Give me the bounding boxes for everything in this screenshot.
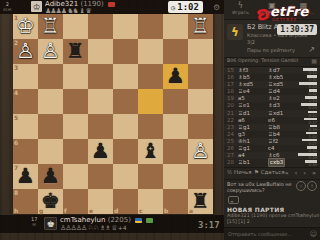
gear-icon[interactable]: ⚙ (213, 3, 220, 12)
square-f1[interactable] (63, 14, 88, 39)
chat-message: Вот за u0x LawBuffalo не сокрушились? (227, 181, 297, 193)
square-a4[interactable] (188, 89, 213, 114)
square-f5[interactable] (63, 114, 88, 139)
move-number: 26 (227, 145, 234, 152)
square-f6[interactable] (63, 139, 88, 164)
square-d8[interactable]: d (113, 189, 138, 214)
new-game-score: [15] [1] 2 (227, 219, 319, 225)
grid-icon: ▦ (289, 1, 318, 10)
move-row-18: 18♖e4♖d40:42 (224, 88, 320, 95)
move-row-21: 21♖d1♖xd10:51 (224, 110, 320, 117)
square-g5[interactable] (38, 114, 63, 139)
square-a5[interactable] (188, 114, 213, 139)
white-move[interactable]: ♖e4 (238, 88, 250, 95)
piece-bP-b3: ♟ (163, 64, 188, 89)
move-row-17: 17♗xd5♖xd50:08 (224, 81, 320, 88)
rank-label: 6 (14, 139, 18, 146)
chat-input[interactable]: Отправить сообщение… ☺ (224, 227, 320, 240)
move-row-23: 23♖g1♖b80:39 (224, 124, 320, 131)
square-d4[interactable] (113, 89, 138, 114)
file-label: h (14, 207, 18, 214)
rank-label: 8 (14, 189, 18, 196)
black-move[interactable]: ♗d7 (268, 67, 280, 74)
square-c5[interactable] (138, 114, 163, 139)
piece-wP-a6: ♙ (188, 139, 213, 164)
tournament-box[interactable]: ϟ Б2 Blitz Арена Классика • 623 игрока 3… (224, 19, 320, 58)
offer-draw-button[interactable]: ½ Ничья (227, 169, 252, 175)
black-move[interactable]: ♗xb5 (268, 74, 283, 81)
square-h7[interactable]: 7♟ (13, 164, 38, 189)
file-label: b (164, 207, 168, 214)
move-number: 16 (227, 74, 234, 81)
square-c3[interactable] (138, 64, 163, 89)
new-game-section: НОВАЯ ПАРТИЯ Adibe321 (1190) против cmTs… (227, 206, 319, 225)
resign-button[interactable]: ⚑ Сдаться (254, 169, 284, 175)
white-king-avatar-icon: ♔ (32, 2, 40, 12)
app-window: 1♔♖♖2♙♙♜3♟456♟♝♙7♟♟8hg♚fedcba♜ 2 юж ♔ Ad… (0, 0, 320, 240)
black-move[interactable]: ♖xd1 (268, 110, 283, 117)
move-row-24: 24g3♖b41:02 (224, 131, 320, 138)
lightning-icon: ϟ (226, 1, 255, 10)
square-d6[interactable] (113, 139, 138, 164)
square-c2[interactable] (138, 39, 163, 64)
tournament-pairing-note: Пары по рейтингу (247, 47, 295, 53)
move-number: 24 (227, 131, 234, 138)
white-move[interactable]: ♖d1 (238, 110, 250, 117)
black-move[interactable]: ♖d4 (268, 88, 280, 95)
white-move[interactable]: ♖e1 (238, 102, 250, 109)
square-d2[interactable] (113, 39, 138, 64)
tournament-clock: 1:30:37 (277, 24, 317, 35)
move-number: 28 (227, 159, 234, 166)
square-g7[interactable]: ♟ (38, 164, 63, 189)
bottom-player-bar: 17 м ♚ cmTsaheylun (2205) ♙♙♙♙♙ ♘♘ ♗♗ ♕ … (0, 215, 224, 233)
square-a7[interactable] (188, 164, 213, 189)
chat-bubble-icon[interactable] (228, 196, 239, 204)
square-b1[interactable] (163, 14, 188, 39)
square-a6[interactable]: ♙ (188, 139, 213, 164)
black-king-avatar-icon: ♚ (46, 219, 54, 229)
white-move[interactable]: ♗b5 (238, 74, 250, 81)
move-row-26: 26♖g1c40:44 (224, 145, 320, 152)
square-d7[interactable] (113, 164, 138, 189)
square-h1[interactable]: 1♔ (13, 14, 38, 39)
side-panel: ϟ Играть ▣ 32 МБ+ А ▦ Инстру… ϟ Б2 Blitz… (224, 0, 320, 240)
square-c6[interactable]: ♝ (138, 139, 163, 164)
tab-play[interactable]: ϟ Играть (226, 1, 255, 15)
inactive-clock: 3:17 (198, 220, 220, 230)
move-number: 17 (227, 81, 234, 88)
square-e7[interactable] (88, 164, 113, 189)
move-number: 18 (227, 88, 234, 95)
tournament-time-control: 3|2 (247, 39, 255, 45)
rank-label: 5 (14, 114, 18, 121)
square-b7[interactable] (163, 164, 188, 189)
opening-row: B06 Opening: Tension Gambit ▦ (224, 57, 320, 67)
move-number: 27 (227, 152, 234, 159)
white-move[interactable]: a5 (238, 95, 245, 102)
square-g2[interactable]: ♙ (38, 39, 63, 64)
white-move[interactable]: ♗f3 (238, 67, 248, 74)
square-f8[interactable]: f (63, 189, 88, 214)
move-number: 25 (227, 138, 234, 145)
move-row-28: 28♖b1cxb30:33 (224, 159, 320, 166)
tv-icon: ▣ (258, 1, 287, 10)
file-label: e (89, 207, 93, 214)
tab-tools[interactable]: ▦ Инстру… (289, 1, 318, 15)
square-g1[interactable]: ♖ (38, 14, 63, 39)
move-row-22: 22a6e60:17 (224, 117, 320, 124)
black-move[interactable]: ♗d3 (268, 102, 280, 109)
rank-label: 7 (14, 164, 18, 171)
game-controls: ½ Ничья ⚑ Сдаться « ‹ › » (224, 167, 320, 180)
tab-watch[interactable]: ▣ 32 МБ+ А (258, 1, 287, 15)
square-a3[interactable] (188, 64, 213, 89)
square-c8[interactable]: c (138, 189, 163, 214)
file-label: f (64, 207, 67, 214)
black-move[interactable]: c4 (268, 145, 275, 152)
move-row-15: 15♗f3♗d70:12 (224, 67, 320, 74)
square-d3[interactable] (113, 64, 138, 89)
square-e6[interactable]: ♟ (88, 139, 113, 164)
clock-icon: ◷ (171, 4, 175, 12)
file-label: c (139, 207, 143, 214)
ukraine-flag-icon (135, 218, 142, 223)
alert-icon[interactable]: ! (307, 181, 317, 191)
chess-board: 1♔♖♖2♙♙♜3♟456♟♝♙7♟♟8hg♚fedcba♜ (13, 14, 213, 214)
black-move[interactable]: ♖f2 (268, 138, 278, 145)
move-number: 19 (227, 95, 234, 102)
rank-label: 2 (14, 39, 18, 46)
top-player-bar: 2 юж ♔ Adibe321 (1190) ♟♟♟♟ ♞♞ ♝ ♛ ◷1:02… (0, 0, 224, 14)
square-h3[interactable]: 3 (13, 64, 38, 89)
black-move[interactable]: e6 (268, 117, 275, 124)
move-number: 22 (227, 117, 234, 124)
online-badge (146, 218, 153, 223)
square-h6[interactable]: 6 (13, 139, 38, 164)
white-move[interactable]: g3 (238, 131, 245, 138)
rank-label: 1 (14, 14, 18, 21)
square-e1[interactable] (88, 14, 113, 39)
move-row-19: 19a5♗e21:14 (224, 95, 320, 102)
square-e5[interactable] (88, 114, 113, 139)
top-corner-badge: 2 юж (3, 2, 12, 12)
square-g4[interactable] (38, 89, 63, 114)
move-nav-buttons[interactable]: « ‹ › » (285, 169, 318, 177)
square-e4[interactable] (88, 89, 113, 114)
piece-bP-g7: ♟ (38, 164, 63, 189)
square-h4[interactable]: 4 (13, 89, 38, 114)
material-advantage: +4 (118, 224, 127, 231)
move-row-16: 16♗b5♗xb50:31 (224, 74, 320, 81)
move-number: 23 (227, 124, 234, 131)
file-label: a (189, 207, 193, 214)
square-d1[interactable] (113, 14, 138, 39)
rank-label: 4 (14, 89, 18, 96)
square-b8[interactable]: b (163, 189, 188, 214)
square-e8[interactable]: e (88, 189, 113, 214)
flag-icon (108, 2, 115, 7)
thumbs-up-icon[interactable]: ☝ (296, 181, 306, 191)
file-label: d (114, 207, 118, 214)
white-move[interactable]: ♗xd5 (238, 81, 253, 88)
player-name[interactable]: cmTsaheylun (2205) (60, 216, 153, 224)
new-game-title: НОВАЯ ПАРТИЯ (227, 206, 319, 213)
piece-wP-g2: ♙ (38, 39, 63, 64)
move-row-25: 25♔h1♖f20:27 (224, 138, 320, 145)
square-h2[interactable]: 2♙ (13, 39, 38, 64)
square-b5[interactable] (163, 114, 188, 139)
player-rating: (2205) (108, 216, 131, 224)
piece-wR-g1: ♖ (38, 14, 63, 39)
active-clock: ◷1:02 (168, 1, 203, 13)
square-a1[interactable]: ♖ (188, 14, 213, 39)
move-list: 15♗f3♗d70:1216♗b5♗xb50:3117♗xd5♖xd50:081… (224, 67, 320, 166)
white-move[interactable]: a6 (238, 117, 245, 124)
square-b6[interactable] (163, 139, 188, 164)
rank-label: 3 (14, 64, 18, 71)
square-c4[interactable] (138, 89, 163, 114)
avatar[interactable]: ♚ (44, 217, 57, 230)
piece-wR-a1: ♖ (188, 14, 213, 39)
bottom-corner-badge: 17 м (31, 217, 37, 227)
white-move[interactable]: ♖b1 (238, 159, 250, 166)
square-h5[interactable]: 5 (13, 114, 38, 139)
square-f7[interactable] (63, 164, 88, 189)
square-g3[interactable] (38, 64, 63, 89)
opening-name: B06 Opening: Tension Gambit (227, 58, 298, 63)
black-move[interactable]: ♖b4 (268, 131, 280, 138)
square-c7[interactable] (138, 164, 163, 189)
square-b4[interactable] (163, 89, 188, 114)
move-number: 20 (227, 102, 234, 109)
black-move[interactable]: ♖xd5 (268, 81, 283, 88)
black-move[interactable]: ♖b8 (268, 124, 280, 131)
piece-bR-f2: ♜ (63, 39, 88, 64)
white-move[interactable]: ♔h1 (238, 138, 250, 145)
square-h8[interactable]: 8h (13, 189, 38, 214)
chat-placeholder: Отправить сообщение… (228, 231, 292, 237)
square-e2[interactable] (88, 39, 113, 64)
square-e3[interactable] (88, 64, 113, 89)
black-move[interactable]: ♗e2 (268, 95, 280, 102)
square-f3[interactable] (63, 64, 88, 89)
piece-bB-c6: ♝ (138, 139, 163, 164)
white-move[interactable]: ♖g1 (238, 145, 250, 152)
square-c1[interactable] (138, 14, 163, 39)
captured-pieces-tray: ♙♙♙♙♙ ♘♘ ♗♗ ♕ +4 (60, 224, 127, 232)
tournament-lightning-icon: ϟ (227, 24, 243, 40)
square-d5[interactable] (113, 114, 138, 139)
move-number: 15 (227, 67, 234, 74)
board-grid-icon[interactable]: ▦ (311, 57, 317, 64)
move-number: 21 (227, 110, 234, 117)
white-move[interactable]: a4 (238, 152, 245, 159)
smiley-icon[interactable]: ☺ (310, 230, 317, 238)
square-b2[interactable] (163, 39, 188, 64)
white-move[interactable]: ♖g1 (238, 124, 250, 131)
square-a2[interactable] (188, 39, 213, 64)
square-f2[interactable]: ♜ (63, 39, 88, 64)
captured-pieces-tray: ♟♟♟♟ ♞♞ ♝ ♛ (45, 7, 91, 15)
square-a8[interactable]: a♜ (188, 189, 213, 214)
move-row-20: 20♖e1♗d30:23 (224, 102, 320, 109)
square-f4[interactable] (63, 89, 88, 114)
top-nav-tabs: ϟ Играть ▣ 32 МБ+ А ▦ Инстру… (226, 1, 318, 15)
square-g8[interactable]: g♚ (38, 189, 63, 214)
piece-bP-e6: ♟ (88, 139, 113, 164)
black-move[interactable]: cxb3 (268, 158, 285, 167)
square-b3[interactable]: ♟ (163, 64, 188, 89)
file-label: g (39, 207, 43, 214)
share-icon[interactable]: ↗ (308, 45, 315, 54)
avatar[interactable]: ♔ (31, 1, 42, 12)
square-g6[interactable] (38, 139, 63, 164)
